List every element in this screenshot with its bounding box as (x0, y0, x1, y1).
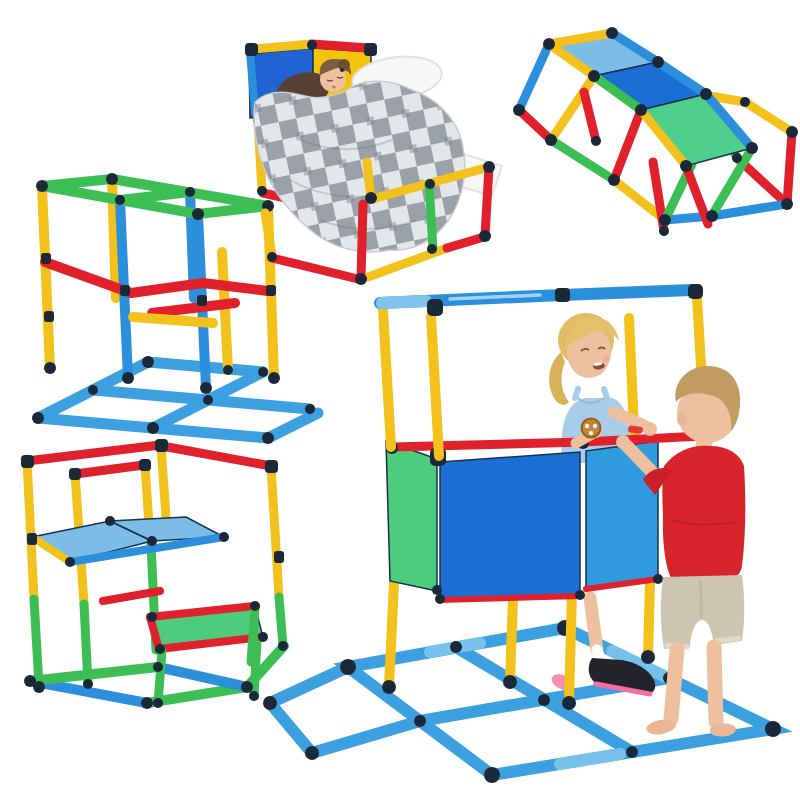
ramp-build (513, 27, 798, 236)
playhouse-green-panel (386, 441, 437, 591)
playhouse-floor-grid-tubes (270, 628, 773, 775)
playset-collage-illustration (0, 0, 800, 800)
boy-hand (616, 435, 630, 449)
desk-build (21, 439, 288, 709)
boy-ear (677, 412, 687, 426)
playhouse-front-blue-panel (440, 452, 580, 601)
playhouse-panels (386, 441, 658, 601)
ponytail-tuft (338, 59, 350, 71)
bed-build (245, 40, 502, 285)
climber-top-bars (42, 179, 268, 214)
playhouse-build (263, 284, 781, 783)
girl-ponytail (549, 352, 569, 405)
boy-shirt (662, 446, 745, 579)
product-image (0, 0, 800, 800)
pretzel (582, 419, 601, 438)
climber-build (32, 173, 318, 444)
desk-posts (27, 446, 283, 686)
climber-rungs (45, 262, 268, 323)
girl-left-hand (643, 422, 657, 436)
